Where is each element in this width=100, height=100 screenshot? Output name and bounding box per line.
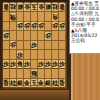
board-cell[interactable]: 銀 (45, 79, 52, 88)
board-cell[interactable]: 飛 (31, 69, 38, 78)
board-cell[interactable]: 香 (59, 79, 66, 88)
shogi-piece[interactable]: 歩 (52, 60, 58, 68)
board-cell[interactable]: 角 (52, 12, 59, 21)
board-cell[interactable] (31, 60, 38, 69)
board-cell[interactable] (3, 50, 10, 59)
shogi-piece[interactable]: 歩 (38, 22, 44, 30)
shogi-piece[interactable]: 香 (59, 79, 65, 87)
board-cell[interactable]: 歩 (52, 22, 59, 31)
board-cell[interactable]: 金 (24, 3, 31, 12)
shogi-piece[interactable]: 歩 (45, 32, 51, 40)
board-cell[interactable]: 歩 (45, 60, 52, 69)
board-cell[interactable] (59, 31, 66, 40)
board-cell[interactable]: 歩 (24, 22, 31, 31)
board-cell[interactable] (10, 31, 17, 40)
shogi-piece[interactable]: 金 (38, 79, 44, 87)
board-cell[interactable] (10, 69, 17, 78)
sente-piece-stand (69, 54, 100, 100)
board-cell[interactable] (10, 22, 17, 31)
shogi-piece[interactable]: 歩 (3, 60, 9, 68)
shogi-piece[interactable]: 角 (52, 13, 58, 21)
board-cell[interactable]: 香 (3, 79, 10, 88)
board-cell[interactable] (45, 12, 52, 21)
board-cell[interactable]: 桂 (10, 3, 17, 12)
board-cell[interactable] (3, 69, 10, 78)
shogi-piece[interactable]: 桂 (10, 3, 16, 11)
gote-player-name: △久保利明 九段 (71, 11, 99, 16)
board-cell[interactable]: 歩 (3, 31, 10, 40)
board-cell[interactable]: 歩 (38, 22, 45, 31)
shogi-piece[interactable]: 飛 (31, 70, 37, 78)
board-cell[interactable]: 桂 (10, 79, 17, 88)
board-cell[interactable] (45, 69, 52, 78)
board-cell[interactable]: 歩 (24, 60, 31, 69)
handicap-label: 手合割:平手 (71, 22, 99, 27)
board-cell[interactable] (52, 69, 59, 78)
board-cell[interactable] (59, 50, 66, 59)
board-cell[interactable]: 桂 (52, 79, 59, 88)
board-cell[interactable]: 歩 (31, 22, 38, 31)
board-cell[interactable] (10, 50, 17, 59)
shogi-piece[interactable]: 銀 (45, 3, 51, 11)
board-cell[interactable] (59, 12, 66, 21)
shogi-piece[interactable]: 玉 (31, 3, 37, 11)
board-cell[interactable]: 歩 (59, 60, 66, 69)
shogi-piece[interactable]: 歩 (38, 60, 44, 68)
board-cell[interactable] (38, 41, 45, 50)
board-cell[interactable] (38, 31, 45, 40)
shogi-piece[interactable]: 銀 (45, 79, 51, 87)
board-cell[interactable] (45, 50, 52, 59)
board-cell[interactable] (17, 31, 24, 40)
shogi-piece[interactable]: 歩 (59, 60, 65, 68)
board-cell[interactable]: 銀 (17, 3, 24, 12)
board-cell[interactable] (38, 12, 45, 21)
shogi-piece[interactable]: 歩 (10, 41, 16, 49)
shogi-piece[interactable]: 歩 (10, 60, 16, 68)
board-cell[interactable] (24, 31, 31, 40)
board-cell[interactable]: 桂 (52, 3, 59, 12)
shogi-piece[interactable]: 玉 (31, 79, 37, 87)
board-cell[interactable]: 飛 (10, 12, 17, 21)
board-cell[interactable]: 銀 (45, 3, 52, 12)
kifu-viewer: 香桂銀金玉金銀桂香飛角歩歩歩歩歩歩歩歩歩歩歩歩歩角歩歩歩歩歩飛香桂銀金玉金銀桂香… (0, 0, 100, 100)
board-cell[interactable] (17, 41, 24, 50)
board-cell[interactable]: 金 (38, 79, 45, 88)
board-cell[interactable] (45, 22, 52, 31)
board-cell[interactable]: 歩 (38, 60, 45, 69)
board-cell[interactable] (38, 69, 45, 78)
piece-stand-edge (71, 54, 73, 100)
board-cell[interactable] (52, 50, 59, 59)
shogi-piece[interactable]: 金 (24, 3, 30, 11)
board-cell[interactable]: 玉 (31, 3, 38, 12)
board-cell[interactable]: 玉 (31, 79, 38, 88)
board-cell[interactable]: 香 (3, 3, 10, 12)
shogi-board[interactable]: 香桂銀金玉金銀桂香飛角歩歩歩歩歩歩歩歩歩歩歩歩歩角歩歩歩歩歩飛香桂銀金玉金銀桂香 (2, 2, 67, 89)
board-cell[interactable]: 歩 (17, 22, 24, 31)
shogi-piece[interactable]: 金 (24, 79, 30, 87)
board-cell[interactable] (38, 50, 45, 59)
board-cell[interactable] (52, 41, 59, 50)
board-cell[interactable] (24, 50, 31, 59)
board-cell[interactable]: 歩 (3, 60, 10, 69)
game-info-panel: ▲菅井竜也 五段 00:00 / 00:00 △久保利明 九段 00:00 / … (69, 0, 100, 54)
board-cell[interactable]: 香 (59, 3, 66, 12)
shogi-piece[interactable]: 歩 (3, 32, 9, 40)
board-cell[interactable]: 歩 (52, 60, 59, 69)
board-cell[interactable] (31, 50, 38, 59)
shogi-piece[interactable]: 歩 (52, 22, 58, 30)
shogi-piece[interactable]: 桂 (52, 79, 58, 87)
board-cell[interactable]: 銀 (17, 79, 24, 88)
board-cell[interactable] (17, 12, 24, 21)
board-cell[interactable] (24, 41, 31, 50)
shogi-piece[interactable]: 角 (17, 60, 23, 68)
board-cell[interactable] (24, 12, 31, 21)
shogi-piece[interactable]: 歩 (31, 22, 37, 30)
shogi-piece[interactable]: 飛 (10, 13, 16, 21)
board-cell[interactable]: 歩 (45, 31, 52, 40)
board-cell[interactable] (17, 69, 24, 78)
shogi-piece[interactable]: 歩 (45, 60, 51, 68)
shogi-piece[interactable]: 金 (38, 3, 44, 11)
board-cell[interactable] (31, 31, 38, 40)
shogi-piece[interactable]: 歩 (31, 41, 37, 49)
board-cell[interactable] (3, 12, 10, 21)
shogi-piece[interactable]: 歩 (24, 60, 30, 68)
shogi-piece[interactable]: 香 (59, 3, 65, 11)
shogi-piece[interactable]: 歩 (59, 22, 65, 30)
board-cell[interactable] (59, 41, 66, 50)
board-cell[interactable]: 金 (38, 3, 45, 12)
shogi-piece[interactable]: 歩 (17, 51, 23, 59)
board-cell[interactable] (31, 12, 38, 21)
board-cell[interactable]: 歩 (59, 22, 66, 31)
board-cell[interactable] (3, 41, 10, 50)
shogi-piece[interactable]: 歩 (17, 22, 23, 30)
shogi-piece[interactable]: 銀 (17, 79, 23, 87)
shogi-piece[interactable]: 歩 (24, 22, 30, 30)
board-cell[interactable]: 歩 (10, 41, 17, 50)
board-cell[interactable]: 歩 (10, 60, 17, 69)
shogi-piece[interactable]: 桂 (10, 79, 16, 87)
board-bottom-frame (0, 90, 69, 100)
board-cell[interactable] (52, 31, 59, 40)
shogi-piece[interactable]: 銀 (17, 3, 23, 11)
shogi-piece[interactable]: 桂 (52, 3, 58, 11)
board-frame: 香桂銀金玉金銀桂香飛角歩歩歩歩歩歩歩歩歩歩歩歩歩角歩歩歩歩歩飛香桂銀金玉金銀桂香 (0, 0, 69, 100)
board-cell[interactable] (45, 41, 52, 50)
board-cell[interactable] (3, 22, 10, 31)
board-cell[interactable]: 歩 (31, 41, 38, 50)
board-cell[interactable]: 金 (24, 79, 31, 88)
board-cell[interactable]: 歩 (17, 50, 24, 59)
shogi-piece[interactable]: 香 (3, 3, 9, 11)
board-cell[interactable]: 角 (17, 60, 24, 69)
shogi-piece[interactable]: 香 (3, 79, 9, 87)
event-name: 王位戦 (71, 38, 99, 43)
board-cell[interactable] (59, 69, 66, 78)
board-cell[interactable] (24, 69, 31, 78)
